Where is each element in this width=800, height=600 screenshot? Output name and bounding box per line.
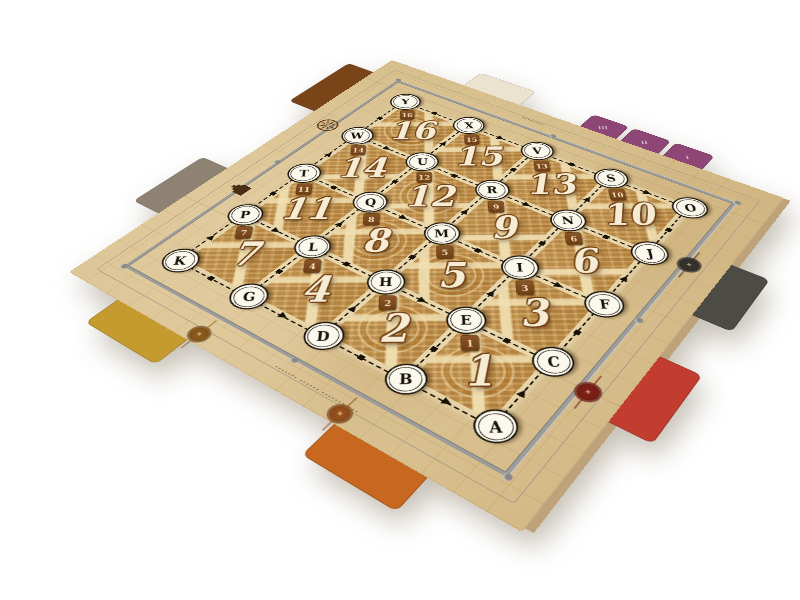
intersection-letter: E	[460, 312, 472, 328]
intersection-letter: T	[298, 168, 309, 179]
intersection-letter: H	[379, 275, 393, 289]
district-badge: 11	[295, 183, 312, 194]
district-badge: 12	[417, 172, 433, 183]
intersection-letter: Q	[364, 196, 376, 208]
intersection-letter: O	[683, 202, 698, 214]
district-number: 6	[548, 234, 620, 288]
district-badge: 10	[608, 189, 627, 201]
intersection-letter: C	[546, 353, 561, 370]
intersection-letter: B	[399, 370, 413, 388]
district-badge: 8	[363, 213, 380, 225]
intersection-letter: X	[464, 120, 474, 130]
game-board: IIIIII 771111141416164488121215152255991…	[69, 60, 784, 532]
product-photo-stage: IIIIII 771111141416164488121215152255991…	[0, 0, 800, 600]
intersection-letter: Y	[401, 97, 409, 106]
intersection-letter: V	[532, 146, 543, 156]
district-badge: 5	[436, 245, 453, 258]
intersection-letter: G	[241, 289, 256, 304]
district-badge: 3	[515, 280, 534, 295]
intersection-letter: R	[486, 184, 498, 195]
district-badge: 15	[464, 134, 479, 144]
district-badge: 2	[379, 295, 397, 310]
district-badge: 13	[534, 161, 551, 172]
district-badge: 7	[234, 226, 253, 239]
intersection-letter: M	[435, 227, 450, 240]
intersection-letter: K	[172, 254, 188, 268]
intersection-letter: J	[645, 247, 655, 260]
intersection-letter: P	[239, 208, 252, 220]
seal-star-icon: ✦	[575, 382, 600, 402]
district-badge: 4	[303, 259, 322, 273]
intersection-letter: A	[489, 417, 503, 436]
seal-star-icon: ✦	[677, 257, 701, 272]
intersection-letter: F	[598, 297, 611, 312]
intersection-letter: W	[350, 131, 364, 141]
seal-star-icon: ✦	[188, 326, 211, 343]
district-badge: 16	[400, 110, 414, 119]
district-badge: 6	[564, 232, 583, 245]
board-shadow-wrap: IIIIII 771111141416164488121215152255991…	[0, 0, 800, 600]
intersection-letter: N	[561, 214, 575, 226]
district-number: 13	[519, 162, 583, 207]
district-badge: 14	[350, 145, 366, 155]
district-badge: 9	[487, 201, 504, 213]
district-number: 3	[498, 283, 571, 344]
intersection-letter: L	[307, 240, 318, 253]
intersection-letter: S	[605, 173, 617, 184]
seal-star-icon: ✦	[329, 404, 351, 424]
district-badge: 1	[460, 335, 479, 351]
intersection-letter: U	[417, 157, 428, 168]
intersection-letter: I	[516, 261, 524, 275]
intersection-letter: D	[316, 328, 331, 344]
